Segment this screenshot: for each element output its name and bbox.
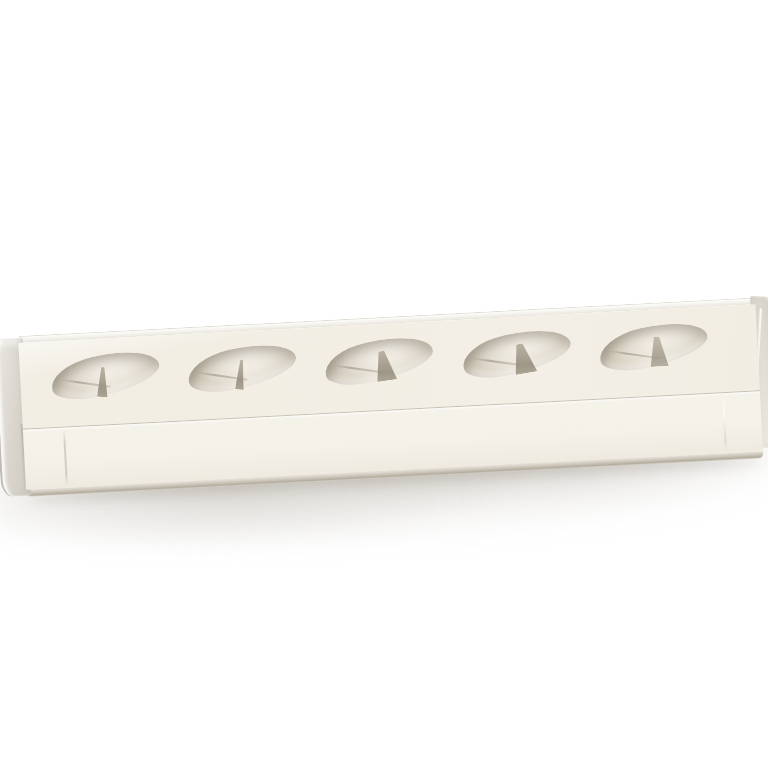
cone-crease (59, 379, 109, 388)
cone-crease (196, 372, 246, 381)
egg-cavity-1 (47, 343, 163, 407)
lid-seam-right (722, 395, 727, 451)
product-photo-background (0, 0, 768, 768)
cone-crease (333, 365, 383, 374)
lid-seam-left (63, 430, 68, 486)
egg-cavity-3 (321, 328, 437, 392)
egg-cavity-2 (184, 335, 300, 399)
cone-crease (471, 357, 521, 366)
egg-cavity-4 (458, 321, 574, 385)
cone-crease (608, 350, 658, 359)
egg-cavity-5 (595, 314, 711, 378)
